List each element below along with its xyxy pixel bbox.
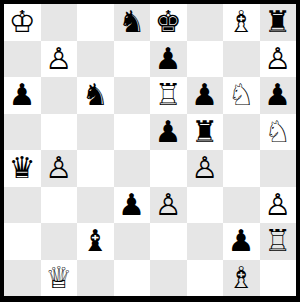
square-d2[interactable] [114, 223, 151, 260]
square-h3[interactable]: ♙ [260, 187, 297, 224]
white-knight-piece: ♘ [228, 77, 255, 113]
black-knight-piece: ♞ [118, 4, 145, 40]
square-e6[interactable]: ♖ [150, 77, 187, 114]
square-e1[interactable] [150, 260, 187, 297]
black-pawn-piece: ♟ [9, 77, 36, 113]
square-d6[interactable] [114, 77, 151, 114]
white-pawn-piece: ♙ [45, 41, 72, 77]
square-d4[interactable] [114, 150, 151, 187]
square-b1[interactable]: ♕ [41, 260, 78, 297]
black-knight-piece: ♞ [82, 77, 109, 113]
square-e3[interactable]: ♙ [150, 187, 187, 224]
square-d5[interactable] [114, 114, 151, 151]
square-b6[interactable] [41, 77, 78, 114]
square-d1[interactable] [114, 260, 151, 297]
square-d8[interactable]: ♞ [114, 4, 151, 41]
chess-board: ♔♞♚♗♜♙♟♙♟♞♖♟♘♟♟♜♘♛♙♙♟♙♙♝♟♖♕♗ [4, 4, 296, 296]
white-pawn-piece: ♙ [191, 150, 218, 186]
black-pawn-piece: ♟ [228, 223, 255, 259]
square-c1[interactable] [77, 260, 114, 297]
square-a4[interactable]: ♛ [4, 150, 41, 187]
square-a1[interactable] [4, 260, 41, 297]
black-king-piece: ♚ [155, 4, 182, 40]
square-h1[interactable] [260, 260, 297, 297]
square-g6[interactable]: ♘ [223, 77, 260, 114]
square-g2[interactable]: ♟ [223, 223, 260, 260]
black-bishop-piece: ♝ [82, 223, 109, 259]
white-queen-piece: ♕ [45, 260, 72, 296]
black-pawn-piece: ♟ [118, 187, 145, 223]
square-e5[interactable]: ♟ [150, 114, 187, 151]
black-rook-piece: ♜ [264, 4, 291, 40]
square-b4[interactable]: ♙ [41, 150, 78, 187]
white-rook-piece: ♖ [155, 77, 182, 113]
square-f8[interactable] [187, 4, 224, 41]
square-h6[interactable]: ♟ [260, 77, 297, 114]
square-e2[interactable] [150, 223, 187, 260]
square-e8[interactable]: ♚ [150, 4, 187, 41]
square-a3[interactable] [4, 187, 41, 224]
square-b5[interactable] [41, 114, 78, 151]
board-frame: ♔♞♚♗♜♙♟♙♟♞♖♟♘♟♟♜♘♛♙♙♟♙♙♝♟♖♕♗ [0, 0, 300, 302]
square-f2[interactable] [187, 223, 224, 260]
square-b8[interactable] [41, 4, 78, 41]
black-pawn-piece: ♟ [191, 77, 218, 113]
black-pawn-piece: ♟ [264, 77, 291, 113]
square-h2[interactable]: ♖ [260, 223, 297, 260]
square-c7[interactable] [77, 41, 114, 78]
square-h8[interactable]: ♜ [260, 4, 297, 41]
square-g8[interactable]: ♗ [223, 4, 260, 41]
square-h7[interactable]: ♙ [260, 41, 297, 78]
square-h5[interactable]: ♘ [260, 114, 297, 151]
square-e7[interactable]: ♟ [150, 41, 187, 78]
square-f6[interactable]: ♟ [187, 77, 224, 114]
square-c6[interactable]: ♞ [77, 77, 114, 114]
square-c3[interactable] [77, 187, 114, 224]
square-g3[interactable] [223, 187, 260, 224]
white-knight-piece: ♘ [264, 114, 291, 150]
white-pawn-piece: ♙ [155, 187, 182, 223]
square-f5[interactable]: ♜ [187, 114, 224, 151]
square-f1[interactable] [187, 260, 224, 297]
square-c2[interactable]: ♝ [77, 223, 114, 260]
square-b3[interactable] [41, 187, 78, 224]
square-f4[interactable]: ♙ [187, 150, 224, 187]
black-pawn-piece: ♟ [155, 114, 182, 150]
white-pawn-piece: ♙ [264, 187, 291, 223]
square-g7[interactable] [223, 41, 260, 78]
square-a2[interactable] [4, 223, 41, 260]
white-king-piece: ♔ [9, 4, 36, 40]
square-d7[interactable] [114, 41, 151, 78]
white-pawn-piece: ♙ [45, 150, 72, 186]
square-a6[interactable]: ♟ [4, 77, 41, 114]
square-f7[interactable] [187, 41, 224, 78]
black-pawn-piece: ♟ [155, 41, 182, 77]
square-a8[interactable]: ♔ [4, 4, 41, 41]
square-b7[interactable]: ♙ [41, 41, 78, 78]
white-bishop-piece: ♗ [228, 260, 255, 296]
white-bishop-piece: ♗ [228, 4, 255, 40]
white-pawn-piece: ♙ [264, 41, 291, 77]
white-rook-piece: ♖ [264, 223, 291, 259]
square-f3[interactable] [187, 187, 224, 224]
square-g1[interactable]: ♗ [223, 260, 260, 297]
square-c8[interactable] [77, 4, 114, 41]
square-e4[interactable] [150, 150, 187, 187]
black-queen-piece: ♛ [9, 150, 36, 186]
square-a7[interactable] [4, 41, 41, 78]
square-g5[interactable] [223, 114, 260, 151]
square-h4[interactable] [260, 150, 297, 187]
square-g4[interactable] [223, 150, 260, 187]
square-c5[interactable] [77, 114, 114, 151]
square-d3[interactable]: ♟ [114, 187, 151, 224]
square-a5[interactable] [4, 114, 41, 151]
square-b2[interactable] [41, 223, 78, 260]
square-c4[interactable] [77, 150, 114, 187]
black-rook-piece: ♜ [191, 114, 218, 150]
